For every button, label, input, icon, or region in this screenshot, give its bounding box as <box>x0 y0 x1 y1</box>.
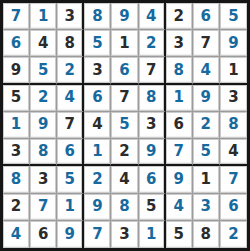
cell-r4c3[interactable]: 4 <box>57 85 84 112</box>
cell-r2c4[interactable]: 5 <box>84 30 111 57</box>
cell-r6c9[interactable]: 4 <box>220 139 247 166</box>
cell-r9c1[interactable]: 4 <box>3 221 30 248</box>
sudoku-board: 7138942656485123799523678415246781931974… <box>0 0 250 251</box>
cell-r4c6[interactable]: 8 <box>139 85 166 112</box>
cell-r6c1[interactable]: 3 <box>3 139 30 166</box>
cell-r2c5[interactable]: 1 <box>111 30 138 57</box>
cell-r1c7[interactable]: 2 <box>166 3 193 30</box>
cell-r9c5[interactable]: 3 <box>111 221 138 248</box>
cell-r1c8[interactable]: 6 <box>193 3 220 30</box>
cell-r8c7[interactable]: 4 <box>166 194 193 221</box>
cell-r3c6[interactable]: 7 <box>139 57 166 84</box>
cell-r5c3[interactable]: 7 <box>57 112 84 139</box>
cell-r3c8[interactable]: 4 <box>193 57 220 84</box>
cell-r6c4[interactable]: 1 <box>84 139 111 166</box>
cell-r7c5[interactable]: 4 <box>111 166 138 193</box>
cell-r6c5[interactable]: 2 <box>111 139 138 166</box>
cell-r4c1[interactable]: 5 <box>3 85 30 112</box>
cell-r2c7[interactable]: 3 <box>166 30 193 57</box>
cell-r8c6[interactable]: 5 <box>139 194 166 221</box>
cell-r6c3[interactable]: 6 <box>57 139 84 166</box>
cell-r4c2[interactable]: 2 <box>30 85 57 112</box>
cell-r9c9[interactable]: 2 <box>220 221 247 248</box>
cell-r2c6[interactable]: 2 <box>139 30 166 57</box>
cell-r3c9[interactable]: 1 <box>220 57 247 84</box>
cell-r3c3[interactable]: 2 <box>57 57 84 84</box>
cell-r4c7[interactable]: 1 <box>166 85 193 112</box>
cell-r2c9[interactable]: 9 <box>220 30 247 57</box>
cell-r3c1[interactable]: 9 <box>3 57 30 84</box>
cell-r5c2[interactable]: 9 <box>30 112 57 139</box>
cell-r6c6[interactable]: 9 <box>139 139 166 166</box>
cell-r6c8[interactable]: 5 <box>193 139 220 166</box>
cell-r3c5[interactable]: 6 <box>111 57 138 84</box>
cell-r9c4[interactable]: 7 <box>84 221 111 248</box>
cell-r2c1[interactable]: 6 <box>3 30 30 57</box>
cell-r8c1[interactable]: 2 <box>3 194 30 221</box>
cell-r2c2[interactable]: 4 <box>30 30 57 57</box>
cell-r6c2[interactable]: 8 <box>30 139 57 166</box>
cell-r7c1[interactable]: 8 <box>3 166 30 193</box>
cell-r9c3[interactable]: 9 <box>57 221 84 248</box>
cell-r3c4[interactable]: 3 <box>84 57 111 84</box>
cell-r9c6[interactable]: 1 <box>139 221 166 248</box>
cell-r1c1[interactable]: 7 <box>3 3 30 30</box>
sudoku-grid: 7138942656485123799523678415246781931974… <box>3 3 247 248</box>
cell-r8c8[interactable]: 3 <box>193 194 220 221</box>
cell-r7c7[interactable]: 9 <box>166 166 193 193</box>
cell-r5c6[interactable]: 3 <box>139 112 166 139</box>
cell-r3c2[interactable]: 5 <box>30 57 57 84</box>
cell-r8c4[interactable]: 9 <box>84 194 111 221</box>
cell-r1c4[interactable]: 8 <box>84 3 111 30</box>
cell-r1c9[interactable]: 5 <box>220 3 247 30</box>
cell-r4c5[interactable]: 7 <box>111 85 138 112</box>
cell-r5c8[interactable]: 2 <box>193 112 220 139</box>
cell-r9c8[interactable]: 8 <box>193 221 220 248</box>
cell-r4c8[interactable]: 9 <box>193 85 220 112</box>
cell-r7c3[interactable]: 5 <box>57 166 84 193</box>
cell-r6c7[interactable]: 7 <box>166 139 193 166</box>
cell-r1c3[interactable]: 3 <box>57 3 84 30</box>
cell-r9c2[interactable]: 6 <box>30 221 57 248</box>
cell-r5c9[interactable]: 8 <box>220 112 247 139</box>
cell-r7c6[interactable]: 6 <box>139 166 166 193</box>
cell-r8c3[interactable]: 1 <box>57 194 84 221</box>
cell-r5c5[interactable]: 5 <box>111 112 138 139</box>
cell-r1c5[interactable]: 9 <box>111 3 138 30</box>
cell-r1c6[interactable]: 4 <box>139 3 166 30</box>
cell-r4c4[interactable]: 6 <box>84 85 111 112</box>
cell-r5c7[interactable]: 6 <box>166 112 193 139</box>
cell-r7c2[interactable]: 3 <box>30 166 57 193</box>
cell-r3c7[interactable]: 8 <box>166 57 193 84</box>
cell-r8c2[interactable]: 7 <box>30 194 57 221</box>
cell-r5c4[interactable]: 4 <box>84 112 111 139</box>
cell-r4c9[interactable]: 3 <box>220 85 247 112</box>
cell-r2c8[interactable]: 7 <box>193 30 220 57</box>
cell-r7c9[interactable]: 7 <box>220 166 247 193</box>
cell-r2c3[interactable]: 8 <box>57 30 84 57</box>
cell-r1c2[interactable]: 1 <box>30 3 57 30</box>
cell-r5c1[interactable]: 1 <box>3 112 30 139</box>
cell-r8c5[interactable]: 8 <box>111 194 138 221</box>
cell-r7c8[interactable]: 1 <box>193 166 220 193</box>
cell-r7c4[interactable]: 2 <box>84 166 111 193</box>
cell-r8c9[interactable]: 6 <box>220 194 247 221</box>
cell-r9c7[interactable]: 5 <box>166 221 193 248</box>
